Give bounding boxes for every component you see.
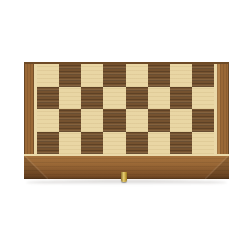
board-square-g5 — [170, 132, 192, 155]
board-square-g7 — [170, 87, 192, 110]
board-square-b7 — [59, 87, 81, 110]
board-square-e8 — [126, 64, 148, 87]
board-square-a5 — [37, 132, 59, 155]
brass-clasp — [121, 172, 127, 182]
board-square-d5 — [103, 132, 125, 155]
board-square-b6 — [59, 109, 81, 132]
board-square-f6 — [148, 109, 170, 132]
walnut-frame-right — [217, 64, 229, 154]
board-square-f5 — [148, 132, 170, 155]
board-square-c7 — [81, 87, 103, 110]
board-square-c8 — [81, 64, 103, 87]
board-field — [37, 64, 214, 154]
board-square-f7 — [148, 87, 170, 110]
board-square-h5 — [192, 132, 214, 155]
board-square-b8 — [59, 64, 81, 87]
board-square-b5 — [59, 132, 81, 155]
board-square-e7 — [126, 87, 148, 110]
product-photo-background — [0, 0, 250, 250]
board-square-h7 — [192, 87, 214, 110]
board-square-a6 — [37, 109, 59, 132]
folding-chess-box — [24, 62, 229, 179]
board-square-g8 — [170, 64, 192, 87]
board-square-e6 — [126, 109, 148, 132]
walnut-frame-left — [24, 64, 34, 154]
board-square-a8 — [37, 64, 59, 87]
chess-box-lid — [24, 62, 229, 154]
board-square-a7 — [37, 87, 59, 110]
board-square-c5 — [81, 132, 103, 155]
board-square-d7 — [103, 87, 125, 110]
board-square-h8 — [192, 64, 214, 87]
board-square-g6 — [170, 109, 192, 132]
board-square-e5 — [126, 132, 148, 155]
board-square-f8 — [148, 64, 170, 87]
board-square-d6 — [103, 109, 125, 132]
board-square-c6 — [81, 109, 103, 132]
board-square-d8 — [103, 64, 125, 87]
board-square-h6 — [192, 109, 214, 132]
